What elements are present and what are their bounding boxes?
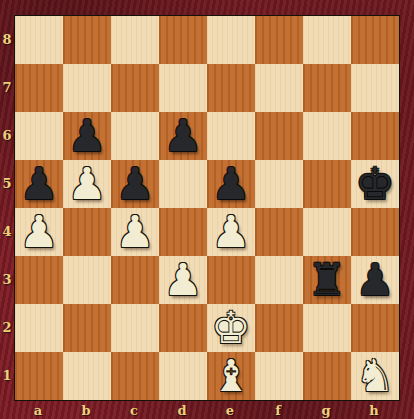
white-pawn[interactable]: ♟: [163, 256, 202, 304]
square-e6[interactable]: [207, 112, 255, 160]
square-g1[interactable]: [303, 352, 351, 400]
square-d3[interactable]: ♟: [159, 256, 207, 304]
square-e4[interactable]: ♟: [207, 208, 255, 256]
square-h5[interactable]: ♚: [351, 160, 399, 208]
square-b3[interactable]: [63, 256, 111, 304]
square-b2[interactable]: [63, 304, 111, 352]
square-d2[interactable]: [159, 304, 207, 352]
black-pawn[interactable]: ♟: [67, 112, 106, 160]
file-label-e: e: [206, 401, 254, 419]
file-label-h: h: [350, 401, 398, 419]
rank-label-5: 5: [0, 159, 14, 207]
square-g2[interactable]: [303, 304, 351, 352]
black-pawn[interactable]: ♟: [115, 160, 154, 208]
square-d7[interactable]: [159, 64, 207, 112]
rank-label-7: 7: [0, 63, 14, 111]
square-g5[interactable]: [303, 160, 351, 208]
white-pawn[interactable]: ♟: [67, 160, 106, 208]
black-rook[interactable]: ♜: [307, 256, 346, 304]
square-e3[interactable]: [207, 256, 255, 304]
file-label-a: a: [14, 401, 62, 419]
white-knight[interactable]: ♞: [355, 352, 394, 400]
square-h2[interactable]: [351, 304, 399, 352]
rank-label-8: 8: [0, 15, 14, 63]
black-pawn[interactable]: ♟: [355, 256, 394, 304]
square-e5[interactable]: ♟: [207, 160, 255, 208]
square-e8[interactable]: [207, 16, 255, 64]
square-b4[interactable]: [63, 208, 111, 256]
square-h4[interactable]: [351, 208, 399, 256]
black-pawn[interactable]: ♟: [211, 160, 250, 208]
square-d8[interactable]: [159, 16, 207, 64]
square-g7[interactable]: [303, 64, 351, 112]
square-b1[interactable]: [63, 352, 111, 400]
square-a8[interactable]: [15, 16, 63, 64]
rank-label-1: 1: [0, 351, 14, 399]
square-a7[interactable]: [15, 64, 63, 112]
file-label-g: g: [302, 401, 350, 419]
square-c4[interactable]: ♟: [111, 208, 159, 256]
file-labels: abcdefgh: [14, 401, 400, 419]
rank-label-4: 4: [0, 207, 14, 255]
white-bishop[interactable]: ♝: [211, 352, 250, 400]
rank-label-3: 3: [0, 255, 14, 303]
square-f3[interactable]: [255, 256, 303, 304]
square-a2[interactable]: [15, 304, 63, 352]
square-c6[interactable]: [111, 112, 159, 160]
square-a5[interactable]: ♟: [15, 160, 63, 208]
square-f5[interactable]: [255, 160, 303, 208]
square-b7[interactable]: [63, 64, 111, 112]
rank-label-2: 2: [0, 303, 14, 351]
square-g4[interactable]: [303, 208, 351, 256]
square-h8[interactable]: [351, 16, 399, 64]
square-b8[interactable]: [63, 16, 111, 64]
square-f1[interactable]: [255, 352, 303, 400]
square-a3[interactable]: [15, 256, 63, 304]
square-d6[interactable]: ♟: [159, 112, 207, 160]
square-c1[interactable]: [111, 352, 159, 400]
square-h6[interactable]: [351, 112, 399, 160]
file-label-b: b: [62, 401, 110, 419]
file-label-d: d: [158, 401, 206, 419]
file-label-f: f: [254, 401, 302, 419]
square-d5[interactable]: [159, 160, 207, 208]
square-g3[interactable]: ♜: [303, 256, 351, 304]
black-pawn[interactable]: ♟: [19, 160, 58, 208]
rank-label-6: 6: [0, 111, 14, 159]
square-c2[interactable]: [111, 304, 159, 352]
square-f6[interactable]: [255, 112, 303, 160]
white-king[interactable]: ♚: [211, 304, 250, 352]
square-b6[interactable]: ♟: [63, 112, 111, 160]
black-pawn[interactable]: ♟: [163, 112, 202, 160]
white-pawn[interactable]: ♟: [19, 208, 58, 256]
square-c5[interactable]: ♟: [111, 160, 159, 208]
square-h3[interactable]: ♟: [351, 256, 399, 304]
square-c3[interactable]: [111, 256, 159, 304]
square-e7[interactable]: [207, 64, 255, 112]
file-label-c: c: [110, 401, 158, 419]
white-pawn[interactable]: ♟: [115, 208, 154, 256]
square-d4[interactable]: [159, 208, 207, 256]
square-a6[interactable]: [15, 112, 63, 160]
square-c8[interactable]: [111, 16, 159, 64]
square-d1[interactable]: [159, 352, 207, 400]
white-pawn[interactable]: ♟: [211, 208, 250, 256]
square-h7[interactable]: [351, 64, 399, 112]
square-g6[interactable]: [303, 112, 351, 160]
square-f2[interactable]: [255, 304, 303, 352]
square-a1[interactable]: [15, 352, 63, 400]
chess-diagram: ♟♟♟♟♟♟♚♟♟♟♟♜♟♚♝♞ 87654321 abcdefgh: [0, 0, 414, 419]
rank-labels: 87654321: [0, 15, 14, 399]
black-king[interactable]: ♚: [355, 160, 394, 208]
square-g8[interactable]: [303, 16, 351, 64]
square-h1[interactable]: ♞: [351, 352, 399, 400]
square-c7[interactable]: [111, 64, 159, 112]
square-e2[interactable]: ♚: [207, 304, 255, 352]
square-e1[interactable]: ♝: [207, 352, 255, 400]
square-b5[interactable]: ♟: [63, 160, 111, 208]
square-f7[interactable]: [255, 64, 303, 112]
chess-board: ♟♟♟♟♟♟♚♟♟♟♟♜♟♚♝♞: [14, 15, 400, 401]
square-a4[interactable]: ♟: [15, 208, 63, 256]
square-f8[interactable]: [255, 16, 303, 64]
square-f4[interactable]: [255, 208, 303, 256]
